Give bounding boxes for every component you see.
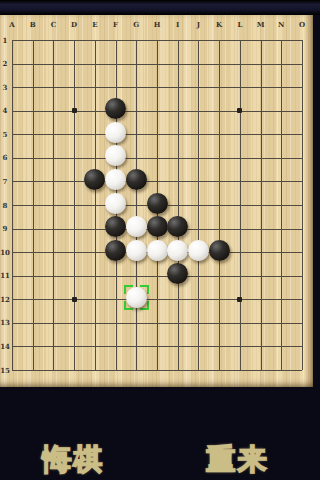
- column-label: M: [256, 21, 266, 28]
- row-label: 3: [0, 84, 10, 91]
- grid-line: [12, 370, 302, 371]
- row-label: 1: [0, 37, 10, 44]
- grid-line: [95, 40, 96, 370]
- row-label: 10: [0, 249, 10, 256]
- column-label: C: [48, 21, 58, 28]
- white-stone: [188, 240, 209, 261]
- column-label: N: [276, 21, 286, 28]
- row-label: 8: [0, 202, 10, 209]
- row-label: 6: [0, 154, 10, 161]
- grid-line: [240, 40, 241, 370]
- black-stone: [167, 263, 188, 284]
- column-label: I: [173, 21, 183, 28]
- white-stone: [105, 169, 126, 190]
- grid-line: [281, 40, 282, 370]
- grid-line: [33, 40, 34, 370]
- white-stone: [105, 193, 126, 214]
- white-stone: [126, 287, 147, 308]
- column-label: G: [131, 21, 141, 28]
- black-stone: [105, 216, 126, 237]
- black-stone: [105, 240, 126, 261]
- row-label: 12: [0, 296, 10, 303]
- grid-line: [198, 40, 199, 370]
- column-label: F: [111, 21, 121, 28]
- row-label: 2: [0, 60, 10, 67]
- white-stone: [167, 240, 188, 261]
- white-stone: [126, 216, 147, 237]
- star-point: [72, 108, 77, 113]
- grid-line: [178, 40, 179, 370]
- column-label: K: [214, 21, 224, 28]
- black-stone: [126, 169, 147, 190]
- row-label: 11: [0, 272, 10, 279]
- white-stone: [147, 240, 168, 261]
- column-label: A: [7, 21, 17, 28]
- black-stone: [147, 216, 168, 237]
- grid-line: [302, 40, 303, 370]
- grid-line: [53, 40, 54, 370]
- row-label: 9: [0, 225, 10, 232]
- white-stone: [126, 240, 147, 261]
- white-stone: [105, 122, 126, 143]
- grid-line: [219, 40, 220, 370]
- column-label: J: [193, 21, 203, 28]
- row-label: 13: [0, 319, 10, 326]
- row-label: 14: [0, 343, 10, 350]
- status-bar: [0, 0, 320, 15]
- row-label: 7: [0, 178, 10, 185]
- black-stone: [105, 98, 126, 119]
- black-stone: [209, 240, 230, 261]
- row-label: 5: [0, 131, 10, 138]
- app-screen: ABCDEFGHIJKLMNO123456789101112131415 悔棋 …: [0, 0, 320, 480]
- row-label: 4: [0, 107, 10, 114]
- black-stone: [84, 169, 105, 190]
- star-point: [237, 297, 242, 302]
- column-label: L: [235, 21, 245, 28]
- column-label: E: [90, 21, 100, 28]
- star-point: [72, 297, 77, 302]
- black-stone: [147, 193, 168, 214]
- undo-button[interactable]: 悔棋: [26, 438, 121, 480]
- black-stone: [167, 216, 188, 237]
- column-label: H: [152, 21, 162, 28]
- restart-button[interactable]: 重来: [190, 438, 285, 480]
- row-label: 15: [0, 367, 10, 374]
- star-point: [237, 108, 242, 113]
- grid-line: [136, 40, 137, 370]
- column-label: O: [297, 21, 307, 28]
- column-label: B: [28, 21, 38, 28]
- white-stone: [105, 145, 126, 166]
- grid-line: [261, 40, 262, 370]
- grid-line: [12, 40, 13, 370]
- gomoku-board[interactable]: ABCDEFGHIJKLMNO123456789101112131415: [0, 15, 313, 387]
- grid-line: [74, 40, 75, 370]
- column-label: D: [69, 21, 79, 28]
